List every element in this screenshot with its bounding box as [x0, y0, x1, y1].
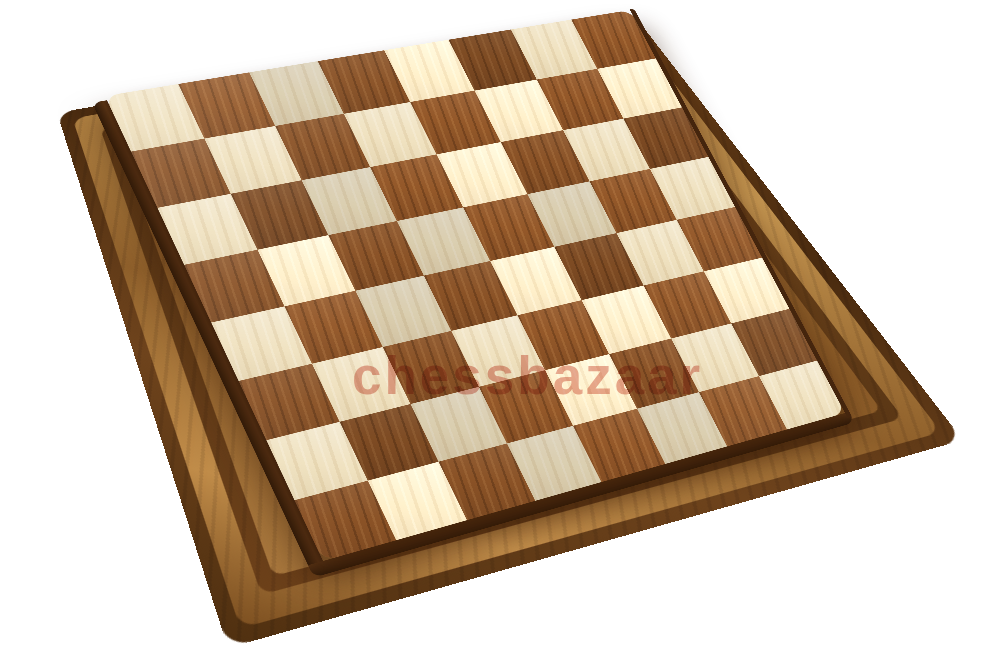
product-photo: chessbazaar — [0, 0, 1000, 667]
watermark-text: chessbazaar — [352, 349, 703, 402]
